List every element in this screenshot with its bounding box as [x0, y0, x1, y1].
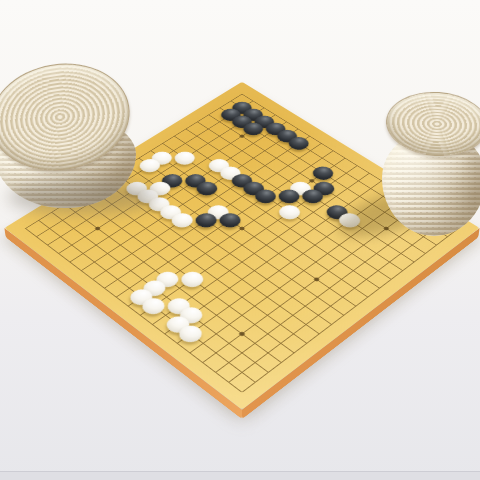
star-point	[238, 331, 246, 337]
floor-wall-seam	[0, 471, 480, 480]
grid-line-vertical	[242, 228, 459, 392]
white-stone[interactable]	[138, 294, 169, 316]
white-stone[interactable]	[162, 313, 194, 336]
right-stone-bowl[interactable]	[380, 90, 480, 238]
white-stone[interactable]	[175, 322, 207, 345]
white-stone[interactable]	[177, 268, 208, 290]
white-stone[interactable]	[152, 268, 183, 290]
left-bowl-shadow	[8, 180, 158, 214]
white-stone[interactable]	[126, 286, 157, 308]
grid-line-horizontal	[38, 220, 255, 382]
white-stone[interactable]	[175, 303, 206, 326]
grid-line-horizontal	[25, 228, 242, 392]
grid-line-vertical	[228, 220, 445, 382]
go-photo-scene	[0, 0, 480, 480]
star-point	[164, 276, 171, 281]
white-stone[interactable]	[163, 294, 194, 316]
white-stone[interactable]	[139, 277, 170, 299]
grid-line-vertical	[164, 180, 382, 333]
star-point	[313, 276, 320, 281]
